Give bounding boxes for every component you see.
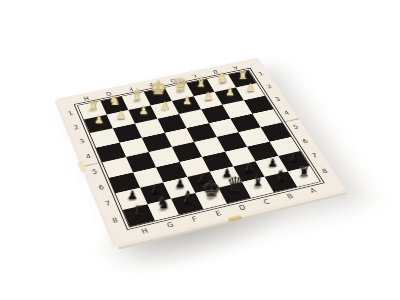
file-label-g: G bbox=[166, 222, 174, 229]
rank-label-8: 8 bbox=[321, 169, 329, 175]
file-label-b: B bbox=[286, 194, 294, 200]
rank-label-2: 2 bbox=[73, 125, 79, 130]
piece-black-rook[interactable]: ♜ bbox=[121, 181, 157, 217]
rank-label-5: 5 bbox=[92, 169, 99, 175]
file-label-e: E bbox=[215, 211, 223, 217]
rank-label-3: 3 bbox=[79, 140, 85, 146]
file-label-a: A bbox=[309, 188, 317, 194]
file-label-d: D bbox=[238, 205, 247, 212]
chess-set-photo: 12345678 12345678 HGFEDCBA HGFEDCBA ♜♞♝♚… bbox=[0, 0, 400, 300]
file-label-f: F bbox=[191, 216, 198, 222]
rank-label-4: 4 bbox=[283, 111, 290, 116]
rank-label-2: 2 bbox=[266, 85, 273, 90]
rank-label-7: 7 bbox=[105, 201, 112, 207]
square-h8[interactable]: ♜ bbox=[123, 204, 155, 227]
rank-label-3: 3 bbox=[275, 98, 282, 103]
file-label-f: F bbox=[127, 86, 133, 91]
rank-label-8: 8 bbox=[112, 218, 119, 224]
rank-label-4: 4 bbox=[85, 154, 92, 160]
file-label-h: H bbox=[141, 228, 149, 235]
rank-label-1: 1 bbox=[68, 111, 74, 116]
file-label-c: C bbox=[263, 199, 271, 205]
rank-label-6: 6 bbox=[98, 185, 105, 191]
